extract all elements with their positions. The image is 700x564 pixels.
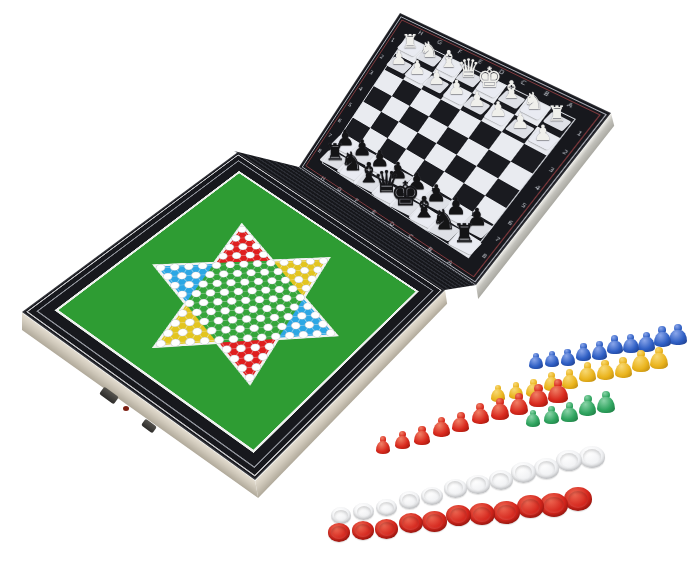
peg-body xyxy=(579,401,596,416)
peg-body xyxy=(669,330,686,345)
tray-peg-red[interactable] xyxy=(472,403,489,425)
peg-body xyxy=(650,353,668,369)
peg-body xyxy=(395,436,410,449)
peg-body xyxy=(632,356,650,372)
loose-pieces-tray xyxy=(0,0,700,564)
peg-body xyxy=(548,386,567,403)
tray-disc-white[interactable] xyxy=(376,499,397,517)
tray-peg-green[interactable] xyxy=(526,410,540,428)
tray-disc-red[interactable] xyxy=(540,493,568,516)
tray-peg-red[interactable] xyxy=(529,384,548,407)
tray-peg-red[interactable] xyxy=(376,436,391,454)
tray-disc-red[interactable] xyxy=(564,487,593,511)
tray-peg-red[interactable] xyxy=(395,431,410,450)
peg-body xyxy=(615,363,632,378)
tray-peg-yellow[interactable] xyxy=(597,360,614,381)
tray-peg-red[interactable] xyxy=(414,426,430,446)
peg-body xyxy=(576,348,591,361)
peg-body xyxy=(433,422,449,436)
peg-body xyxy=(654,332,671,347)
tray-peg-blue[interactable] xyxy=(561,349,575,367)
tray-peg-green[interactable] xyxy=(544,406,559,425)
peg-body xyxy=(472,409,489,424)
peg-body xyxy=(607,341,622,355)
tray-peg-red[interactable] xyxy=(452,412,469,433)
peg-body xyxy=(529,357,542,369)
tray-peg-green[interactable] xyxy=(579,395,596,417)
tray-peg-yellow[interactable] xyxy=(579,362,595,382)
tray-disc-white[interactable] xyxy=(421,487,443,506)
peg-body xyxy=(561,353,575,366)
tray-disc-white[interactable] xyxy=(511,462,536,482)
tray-disc-red[interactable] xyxy=(422,511,447,532)
peg-body xyxy=(529,391,548,407)
tray-disc-red[interactable] xyxy=(517,495,544,518)
tray-disc-white[interactable] xyxy=(534,458,559,479)
tray-disc-red[interactable] xyxy=(493,501,520,523)
peg-body xyxy=(597,365,614,380)
game-set-photo: HH11GG22FF33EE44DD55CC66BB77AA88 ♜♞♝♛♚♝♞… xyxy=(0,0,700,564)
tray-peg-blue[interactable] xyxy=(669,324,686,346)
peg-body xyxy=(592,346,607,359)
tray-peg-yellow[interactable] xyxy=(632,350,650,372)
peg-body xyxy=(597,397,615,413)
tray-peg-blue[interactable] xyxy=(545,351,559,368)
tray-disc-white[interactable] xyxy=(331,507,351,524)
tray-peg-blue[interactable] xyxy=(607,335,622,354)
peg-body xyxy=(579,368,595,382)
tray-disc-red[interactable] xyxy=(469,503,495,525)
tray-peg-blue[interactable] xyxy=(592,341,607,360)
peg-body xyxy=(376,441,391,454)
tray-disc-white[interactable] xyxy=(444,479,467,498)
tray-disc-white[interactable] xyxy=(489,470,513,490)
peg-body xyxy=(452,418,469,433)
tray-peg-blue[interactable] xyxy=(529,353,542,370)
peg-body xyxy=(544,411,559,424)
peg-body xyxy=(545,355,559,367)
tray-disc-red[interactable] xyxy=(446,505,471,526)
peg-body xyxy=(414,431,430,445)
tray-peg-green[interactable] xyxy=(597,391,615,414)
peg-body xyxy=(561,408,577,422)
tray-disc-white[interactable] xyxy=(466,475,490,494)
tray-disc-red[interactable] xyxy=(352,521,375,540)
peg-body xyxy=(491,404,509,420)
tray-peg-red[interactable] xyxy=(548,379,567,403)
tray-disc-white[interactable] xyxy=(399,491,421,509)
tray-disc-red[interactable] xyxy=(375,519,398,539)
tray-disc-white[interactable] xyxy=(353,503,374,520)
peg-body xyxy=(526,414,540,426)
tray-peg-red[interactable] xyxy=(433,417,449,437)
tray-peg-green[interactable] xyxy=(561,402,577,422)
tray-peg-yellow[interactable] xyxy=(650,347,668,370)
tray-peg-blue[interactable] xyxy=(576,343,591,361)
tray-peg-blue[interactable] xyxy=(654,326,671,347)
tray-peg-yellow[interactable] xyxy=(615,357,632,379)
tray-peg-red[interactable] xyxy=(491,398,509,420)
tray-disc-red[interactable] xyxy=(399,513,423,533)
tray-disc-red[interactable] xyxy=(328,523,350,541)
tray-disc-white[interactable] xyxy=(556,450,582,471)
tray-disc-white[interactable] xyxy=(579,446,605,468)
